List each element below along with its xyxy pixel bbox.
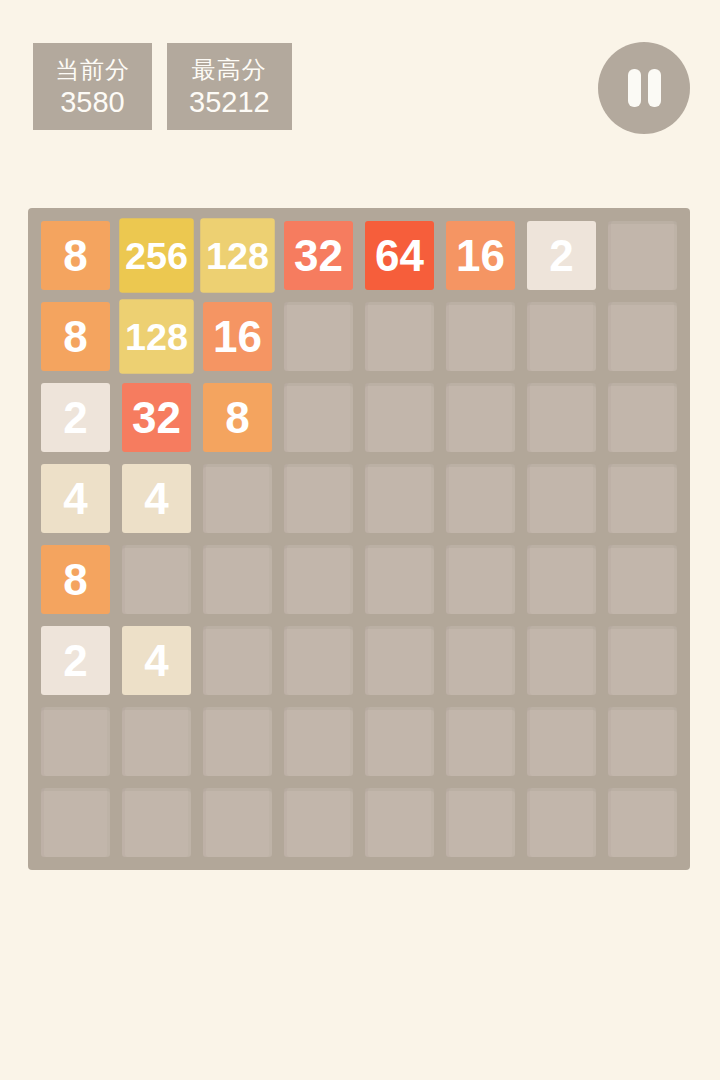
- empty-cell-r6c8: [608, 626, 677, 695]
- empty-cell-r2c4: [284, 302, 353, 371]
- tile-8: 8: [41, 221, 110, 290]
- empty-cell-r8c6: [446, 788, 515, 857]
- empty-cell-r4c8: [608, 464, 677, 533]
- empty-cell-r4c3: [203, 464, 272, 533]
- empty-cell-r8c7: [527, 788, 596, 857]
- tile-4: 4: [122, 464, 191, 533]
- tile-256: 256: [119, 218, 194, 293]
- empty-cell-r6c7: [527, 626, 596, 695]
- empty-cell-r6c4: [284, 626, 353, 695]
- empty-cell-r5c7: [527, 545, 596, 614]
- pause-icon: [648, 69, 661, 107]
- tile-8: 8: [41, 302, 110, 371]
- empty-cell-r5c5: [365, 545, 434, 614]
- current-score-value: 3580: [60, 85, 125, 119]
- empty-cell-r2c7: [527, 302, 596, 371]
- tile-16: 16: [446, 221, 515, 290]
- current-score-label: 当前分: [55, 55, 130, 85]
- tile-64: 64: [365, 221, 434, 290]
- empty-cell-r1c8: [608, 221, 677, 290]
- tile-8: 8: [41, 545, 110, 614]
- best-score-value: 35212: [189, 85, 270, 119]
- empty-cell-r7c2: [122, 707, 191, 776]
- empty-cell-r5c3: [203, 545, 272, 614]
- empty-cell-r5c8: [608, 545, 677, 614]
- best-score-label: 最高分: [192, 55, 267, 85]
- empty-cell-r2c8: [608, 302, 677, 371]
- empty-cell-r3c4: [284, 383, 353, 452]
- tile-8: 8: [203, 383, 272, 452]
- empty-cell-r4c4: [284, 464, 353, 533]
- empty-cell-r3c8: [608, 383, 677, 452]
- empty-cell-r5c4: [284, 545, 353, 614]
- tile-2: 2: [41, 383, 110, 452]
- empty-cell-r4c7: [527, 464, 596, 533]
- empty-cell-r8c5: [365, 788, 434, 857]
- empty-cell-r8c2: [122, 788, 191, 857]
- empty-cell-r7c8: [608, 707, 677, 776]
- empty-cell-r2c5: [365, 302, 434, 371]
- empty-cell-r3c7: [527, 383, 596, 452]
- tile-128: 128: [119, 299, 194, 374]
- tile-32: 32: [284, 221, 353, 290]
- empty-cell-r8c8: [608, 788, 677, 857]
- empty-cell-r7c4: [284, 707, 353, 776]
- empty-cell-r4c5: [365, 464, 434, 533]
- empty-cell-r8c4: [284, 788, 353, 857]
- header: 当前分 3580 最高分 35212: [33, 43, 690, 134]
- game-board[interactable]: 82561283264162812816232844824: [28, 208, 690, 870]
- empty-cell-r6c3: [203, 626, 272, 695]
- empty-cell-r7c3: [203, 707, 272, 776]
- empty-cell-r6c5: [365, 626, 434, 695]
- empty-cell-r5c2: [122, 545, 191, 614]
- empty-cell-r3c5: [365, 383, 434, 452]
- empty-cell-r8c3: [203, 788, 272, 857]
- empty-cell-r4c6: [446, 464, 515, 533]
- empty-cell-r7c5: [365, 707, 434, 776]
- tile-2: 2: [41, 626, 110, 695]
- tile-32: 32: [122, 383, 191, 452]
- empty-cell-r6c6: [446, 626, 515, 695]
- empty-cell-r3c6: [446, 383, 515, 452]
- current-score-box: 当前分 3580: [33, 43, 152, 130]
- tile-2: 2: [527, 221, 596, 290]
- empty-cell-r8c1: [41, 788, 110, 857]
- tile-4: 4: [122, 626, 191, 695]
- empty-cell-r7c6: [446, 707, 515, 776]
- empty-cell-r7c7: [527, 707, 596, 776]
- empty-cell-r7c1: [41, 707, 110, 776]
- pause-button[interactable]: [598, 42, 690, 134]
- pause-icon: [628, 69, 641, 107]
- best-score-box: 最高分 35212: [167, 43, 292, 130]
- empty-cell-r5c6: [446, 545, 515, 614]
- tile-4: 4: [41, 464, 110, 533]
- empty-cell-r2c6: [446, 302, 515, 371]
- tile-16: 16: [203, 302, 272, 371]
- tile-128: 128: [200, 218, 275, 293]
